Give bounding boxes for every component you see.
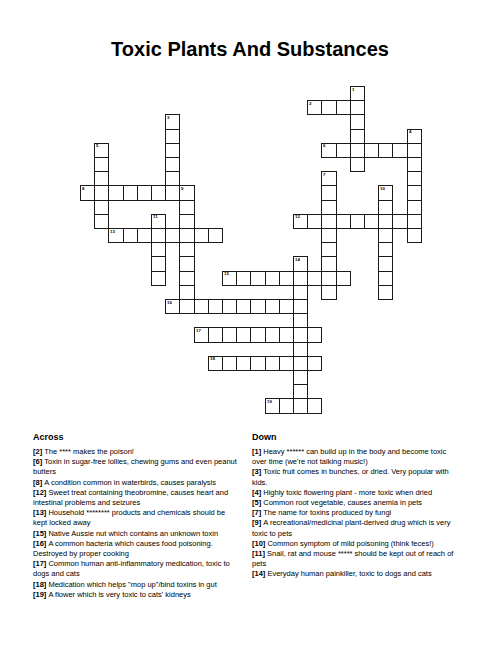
grid-cell-r9c7[interactable] <box>179 214 194 229</box>
grid-cell-r8c23[interactable] <box>407 200 422 215</box>
grid-cell-r4c22[interactable] <box>392 143 407 158</box>
grid-cell-r7c0[interactable]: 8 <box>80 185 95 200</box>
clue-number: [9] <box>252 518 263 527</box>
across-clues-header: Across <box>33 432 249 442</box>
clue-text: Common root vegetable, causes anemia in … <box>263 498 422 507</box>
grid-cell-r15c13[interactable] <box>265 299 280 314</box>
clue-number: [12] <box>33 488 48 497</box>
grid-cell-r13c13[interactable] <box>265 271 280 286</box>
grid-cell-r12c21[interactable] <box>378 256 393 271</box>
grid-cell-r13c12[interactable] <box>250 271 265 286</box>
grid-cell-r20c15[interactable] <box>293 370 308 385</box>
grid-cell-r15c7[interactable] <box>179 299 194 314</box>
grid-cell-r13c17[interactable] <box>321 271 336 286</box>
grid-cell-r13c15[interactable] <box>293 271 308 286</box>
across-clues-section: Across [2] The **** makes the poison![6]… <box>33 432 249 600</box>
grid-cell-r14c7[interactable] <box>179 285 194 300</box>
clue-number: [14] <box>252 569 267 578</box>
clue-down-3: [3] Toxic fruit comes in bunches, or dri… <box>252 467 472 487</box>
grid-cell-r10c23[interactable] <box>407 228 422 243</box>
clue-number: [18] <box>33 580 48 589</box>
grid-cell-r10c3[interactable] <box>123 228 138 243</box>
cell-number-5: 5 <box>96 144 98 148</box>
grid-cell-r15c11[interactable] <box>236 299 251 314</box>
grid-cell-r15c12[interactable] <box>250 299 265 314</box>
clue-number: [5] <box>252 498 263 507</box>
grid-cell-r7c2[interactable] <box>108 185 123 200</box>
grid-cell-r17c10[interactable] <box>222 327 237 342</box>
grid-cell-r7c21[interactable]: 10 <box>378 185 393 200</box>
grid-cell-r13c16[interactable] <box>307 271 322 286</box>
clue-across-18: [18] Medication which helps "mop up"/bin… <box>33 580 249 590</box>
clue-number: [4] <box>252 488 263 497</box>
grid-cell-r15c8[interactable] <box>194 299 209 314</box>
grid-cell-r7c7[interactable]: 9 <box>179 185 194 200</box>
grid-cell-r9c23[interactable] <box>407 214 422 229</box>
grid-cell-r9c1[interactable] <box>94 214 109 229</box>
grid-cell-r7c3[interactable] <box>123 185 138 200</box>
cell-number-15: 15 <box>224 272 229 276</box>
grid-cell-r4c19[interactable] <box>350 143 365 158</box>
grid-cell-r9c20[interactable] <box>364 214 379 229</box>
grid-cell-r10c2[interactable]: 13 <box>108 228 123 243</box>
grid-cell-r5c6[interactable] <box>165 157 180 172</box>
clue-text: A condition common in waterbirds, causes… <box>44 478 216 487</box>
grid-cell-r14c21[interactable] <box>378 285 393 300</box>
clue-number: [19] <box>33 590 48 599</box>
clue-text: Native Aussie nut which contains an unkn… <box>48 529 218 538</box>
grid-cell-r7c1[interactable] <box>94 185 109 200</box>
clue-number: [13] <box>33 508 48 517</box>
grid-cell-r8c17[interactable] <box>321 200 336 215</box>
grid-cell-r4c1[interactable]: 5 <box>94 143 109 158</box>
grid-cell-r10c8[interactable] <box>194 228 209 243</box>
grid-cell-r13c10[interactable]: 15 <box>222 271 237 286</box>
clue-text: Highly toxic flowering plant - more toxi… <box>263 488 432 497</box>
grid-cell-r12c5[interactable] <box>151 256 166 271</box>
grid-cell-r7c4[interactable] <box>137 185 152 200</box>
grid-cell-r10c6[interactable] <box>165 228 180 243</box>
cell-number-3: 3 <box>167 116 169 120</box>
cell-number-11: 11 <box>153 215 158 219</box>
cell-number-10: 10 <box>380 187 385 191</box>
grid-cell-r18c15[interactable] <box>293 342 308 357</box>
clue-text: Everyday human painkiller, toxic to dogs… <box>267 569 431 578</box>
clue-text: A recreational/medicinal plant-derived d… <box>252 518 450 537</box>
clue-number: [3] <box>252 467 263 476</box>
clue-text: Snail, rat and mouse ***** should be kep… <box>252 549 453 568</box>
grid-cell-r15c14[interactable] <box>279 299 294 314</box>
cell-number-12: 12 <box>295 215 300 219</box>
grid-cell-r13c18[interactable] <box>336 271 351 286</box>
grid-cell-r19c16[interactable] <box>307 356 322 371</box>
clue-text: Sweet treat containing theobromine, caus… <box>33 488 228 507</box>
grid-cell-r22c14[interactable] <box>279 398 294 413</box>
grid-cell-r1c17[interactable] <box>321 100 336 115</box>
clue-down-7: [7] The name for toxins produced by fung… <box>252 508 472 518</box>
grid-cell-r1c16[interactable]: 2 <box>307 100 322 115</box>
grid-cell-r9c16[interactable] <box>307 214 322 229</box>
grid-cell-r17c9[interactable] <box>208 327 223 342</box>
grid-cell-r19c9[interactable]: 18 <box>208 356 223 371</box>
clue-text: The name for toxins produced by fungi <box>263 508 391 517</box>
clue-number: [6] <box>33 457 44 466</box>
clue-text: Toxic fruit comes in bunches, or dried. … <box>252 467 449 486</box>
cell-number-9: 9 <box>181 187 183 191</box>
clue-down-4: [4] Highly toxic flowering plant - more … <box>252 488 472 498</box>
grid-cell-r13c21[interactable] <box>378 271 393 286</box>
grid-cell-r19c13[interactable] <box>265 356 280 371</box>
grid-cell-r14c17[interactable] <box>321 285 336 300</box>
grid-cell-r7c23[interactable] <box>407 185 422 200</box>
clue-across-8: [8] A condition common in waterbirds, ca… <box>33 478 249 488</box>
clue-down-14: [14] Everyday human painkiller, toxic to… <box>252 569 472 579</box>
grid-cell-r11c17[interactable] <box>321 242 336 257</box>
clue-across-19: [19] A flower which is very toxic to cat… <box>33 590 249 600</box>
grid-cell-r16c15[interactable] <box>293 313 308 328</box>
grid-cell-r8c7[interactable] <box>179 200 194 215</box>
clue-text: A flower which is very toxic to cats' ki… <box>48 590 190 599</box>
grid-cell-r17c14[interactable] <box>279 327 294 342</box>
grid-cell-r3c6[interactable] <box>165 129 180 144</box>
grid-cell-r4c21[interactable] <box>378 143 393 158</box>
cell-number-17: 17 <box>196 329 201 333</box>
across-clue-list: [2] The **** makes the poison![6] Toxin … <box>33 447 249 600</box>
crossword-grid: 12345678910111213141516171819 <box>80 86 423 415</box>
cell-number-1: 1 <box>352 88 354 92</box>
clue-text: The **** makes the poison! <box>44 447 134 456</box>
grid-cell-r7c6[interactable] <box>165 185 180 200</box>
grid-cell-r1c18[interactable] <box>336 100 351 115</box>
cell-number-19: 19 <box>267 400 272 404</box>
clue-across-12: [12] Sweet treat containing theobromine,… <box>33 488 249 508</box>
clue-down-10: [10] Common symptom of mild poisoning (t… <box>252 539 472 549</box>
grid-cell-r17c16[interactable] <box>307 327 322 342</box>
grid-cell-r9c22[interactable] <box>392 214 407 229</box>
grid-cell-r6c6[interactable] <box>165 171 180 186</box>
grid-cell-r22c15[interactable] <box>293 398 308 413</box>
grid-cell-r4c23[interactable] <box>407 143 422 158</box>
clue-across-17: [17] Common human anti-inflammatory medi… <box>33 559 249 579</box>
clue-text: Household ******** products and chemical… <box>33 508 225 527</box>
grid-cell-r7c5[interactable] <box>151 185 166 200</box>
grid-cell-r9c18[interactable] <box>336 214 351 229</box>
grid-cell-r15c10[interactable] <box>222 299 237 314</box>
clue-number: [11] <box>252 549 267 558</box>
cell-number-14: 14 <box>295 258 300 262</box>
clue-across-6: [6] Toxin in sugar-free lollies, chewing… <box>33 457 249 477</box>
grid-cell-r8c21[interactable] <box>378 200 393 215</box>
grid-cell-r15c9[interactable] <box>208 299 223 314</box>
grid-cell-r10c9[interactable] <box>208 228 223 243</box>
clue-down-11: [11] Snail, rat and mouse ***** should b… <box>252 549 472 569</box>
clue-number: [15] <box>33 529 48 538</box>
grid-cell-r15c15[interactable] <box>293 299 308 314</box>
grid-cell-r14c15[interactable] <box>293 285 308 300</box>
grid-cell-r17c12[interactable] <box>250 327 265 342</box>
cell-number-16: 16 <box>167 301 172 305</box>
clue-across-13: [13] Household ******** products and che… <box>33 508 249 528</box>
grid-cell-r6c17[interactable]: 7 <box>321 171 336 186</box>
grid-cell-r4c6[interactable] <box>165 143 180 158</box>
clue-number: [7] <box>252 508 263 517</box>
grid-cell-r15c6[interactable]: 16 <box>165 299 180 314</box>
down-clue-list: [1] Heavy ****** can build up in the bod… <box>252 447 472 580</box>
grid-cell-r13c7[interactable] <box>179 271 194 286</box>
grid-cell-r10c7[interactable] <box>179 228 194 243</box>
down-clues-section: Down [1] Heavy ****** can build up in th… <box>252 432 472 580</box>
clue-number: [10] <box>252 539 267 548</box>
grid-cell-r10c4[interactable] <box>137 228 152 243</box>
clue-down-1: [1] Heavy ****** can build up in the bod… <box>252 447 472 467</box>
grid-cell-r22c16[interactable] <box>307 398 322 413</box>
clue-text: Medication which helps "mop up"/bind tox… <box>48 580 216 589</box>
grid-cell-r5c1[interactable] <box>94 157 109 172</box>
grid-cell-r0c19[interactable]: 1 <box>350 86 365 101</box>
clue-number: [17] <box>33 559 48 568</box>
grid-cell-r17c15[interactable] <box>293 327 308 342</box>
clue-number: [2] <box>33 447 44 456</box>
clue-number: [1] <box>252 447 263 456</box>
down-clues-header: Down <box>252 432 472 442</box>
clue-across-15: [15] Native Aussie nut which contains an… <box>33 529 249 539</box>
grid-cell-r3c23[interactable]: 4 <box>407 129 422 144</box>
grid-cell-r19c10[interactable] <box>222 356 237 371</box>
clue-down-5: [5] Common root vegetable, causes anemia… <box>252 498 472 508</box>
grid-cell-r10c21[interactable] <box>378 228 393 243</box>
cell-number-18: 18 <box>210 357 215 361</box>
grid-cell-r13c11[interactable] <box>236 271 251 286</box>
grid-cell-r10c17[interactable] <box>321 228 336 243</box>
grid-cell-r12c7[interactable] <box>179 256 194 271</box>
grid-cell-r5c23[interactable] <box>407 157 422 172</box>
clue-text: Heavy ****** can build up in the body an… <box>252 447 446 466</box>
grid-cell-r12c15[interactable]: 14 <box>293 256 308 271</box>
clue-across-16: [16] A common bacteria which causes food… <box>33 539 249 559</box>
grid-cell-r17c11[interactable] <box>236 327 251 342</box>
grid-cell-r9c5[interactable]: 11 <box>151 214 166 229</box>
grid-cell-r19c12[interactable] <box>250 356 265 371</box>
clue-number: [8] <box>33 478 44 487</box>
grid-cell-r3c19[interactable] <box>350 129 365 144</box>
cell-number-13: 13 <box>110 230 115 234</box>
grid-cell-r6c23[interactable] <box>407 171 422 186</box>
cell-number-2: 2 <box>309 102 311 106</box>
clue-text: A common bacteria which causes food pois… <box>33 539 213 558</box>
grid-cell-r4c20[interactable] <box>364 143 379 158</box>
clue-across-2: [2] The **** makes the poison! <box>33 447 249 457</box>
clue-text: Common human anti-inflammatory medicatio… <box>33 559 230 578</box>
grid-cell-r5c19[interactable] <box>350 157 365 172</box>
grid-cell-r4c17[interactable]: 6 <box>321 143 336 158</box>
grid-cell-r9c17[interactable] <box>321 214 336 229</box>
grid-cell-r7c17[interactable] <box>321 185 336 200</box>
grid-cell-r21c15[interactable] <box>293 384 308 399</box>
grid-cell-r1c19[interactable] <box>350 100 365 115</box>
grid-cell-r6c1[interactable] <box>94 171 109 186</box>
clue-number: [16] <box>33 539 48 548</box>
grid-cell-r2c19[interactable] <box>350 114 365 129</box>
grid-cell-r17c13[interactable] <box>265 327 280 342</box>
clue-text: Common symptom of mild poisoning (think … <box>267 539 433 548</box>
grid-cell-r9c21[interactable] <box>378 214 393 229</box>
grid-cell-r11c5[interactable] <box>151 242 166 257</box>
cell-number-8: 8 <box>82 187 84 191</box>
grid-cell-r8c1[interactable] <box>94 200 109 215</box>
cell-number-4: 4 <box>409 130 411 134</box>
clue-text: Toxin in sugar-free lollies, chewing gum… <box>33 457 237 476</box>
grid-cell-r2c6[interactable]: 3 <box>165 114 180 129</box>
grid-cell-r19c14[interactable] <box>279 356 294 371</box>
grid-cell-r11c7[interactable] <box>179 242 194 257</box>
grid-cell-r19c15[interactable] <box>293 356 308 371</box>
puzzle-title: Toxic Plants And Substances <box>0 38 500 61</box>
grid-cell-r4c18[interactable] <box>336 143 351 158</box>
grid-cell-r12c17[interactable] <box>321 256 336 271</box>
grid-cell-r11c21[interactable] <box>378 242 393 257</box>
grid-cell-r9c15[interactable]: 12 <box>293 214 308 229</box>
clue-down-9: [9] A recreational/medicinal plant-deriv… <box>252 518 472 538</box>
grid-cell-r10c5[interactable] <box>151 228 166 243</box>
cell-number-6: 6 <box>323 144 325 148</box>
grid-cell-r13c5[interactable] <box>151 271 166 286</box>
grid-cell-r19c11[interactable] <box>236 356 251 371</box>
grid-cell-r22c13[interactable]: 19 <box>265 398 280 413</box>
cell-number-7: 7 <box>323 173 325 177</box>
grid-cell-r9c19[interactable] <box>350 214 365 229</box>
grid-cell-r13c14[interactable] <box>279 271 294 286</box>
crossword-page: Toxic Plants And Substances 123456789101… <box>0 0 500 647</box>
grid-cell-r17c8[interactable]: 17 <box>194 327 209 342</box>
